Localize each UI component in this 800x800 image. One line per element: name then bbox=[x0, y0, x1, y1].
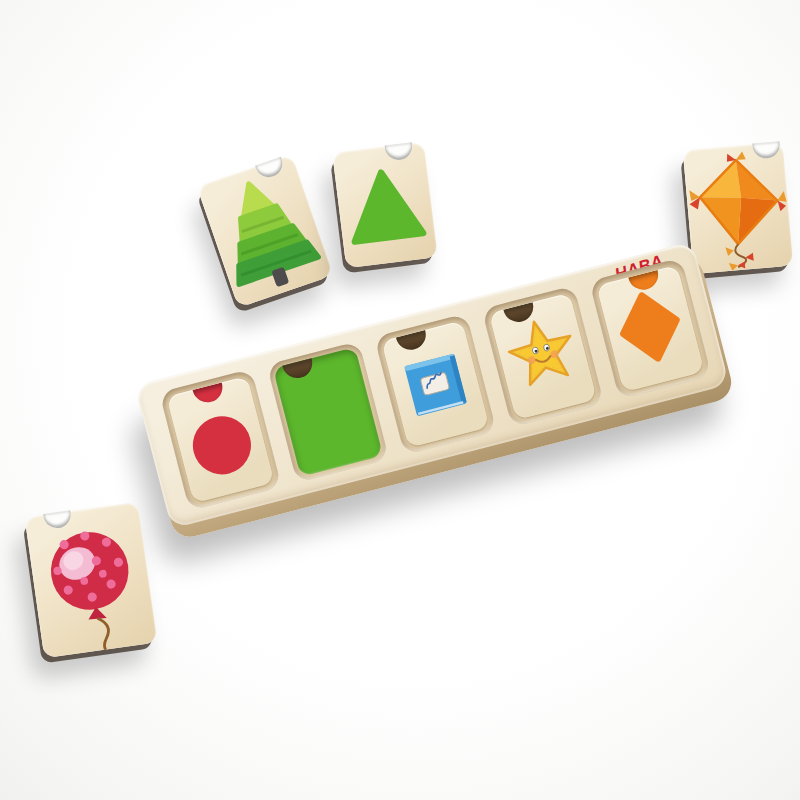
slot-red[interactable] bbox=[159, 369, 282, 511]
tile-orange-kite[interactable] bbox=[683, 142, 793, 274]
slot-row bbox=[135, 241, 730, 529]
slot-orange[interactable] bbox=[589, 258, 712, 400]
placed-tile-orange-diamond[interactable] bbox=[596, 265, 704, 392]
tile-green-tree[interactable] bbox=[197, 154, 333, 308]
slot-yellow[interactable] bbox=[482, 285, 605, 427]
product-photo-scene: HABA bbox=[0, 0, 800, 800]
slot-blue[interactable] bbox=[374, 313, 497, 455]
placed-tile-yellow-star[interactable] bbox=[489, 293, 597, 420]
slot-green[interactable] bbox=[267, 341, 390, 483]
tree-icon bbox=[197, 154, 333, 308]
tile-red-balloon[interactable] bbox=[25, 502, 158, 658]
board-top-surface: HABA bbox=[135, 241, 730, 529]
triangle-icon bbox=[332, 142, 437, 268]
placed-tile-red-circle[interactable] bbox=[167, 376, 275, 503]
placed-tile-blue-book[interactable] bbox=[381, 320, 489, 447]
tile-green-triangle[interactable] bbox=[332, 142, 437, 268]
balloon-icon bbox=[25, 502, 158, 658]
puzzle-board: HABA bbox=[135, 241, 730, 529]
red-circle-icon bbox=[167, 376, 275, 503]
kite-icon bbox=[683, 142, 793, 274]
